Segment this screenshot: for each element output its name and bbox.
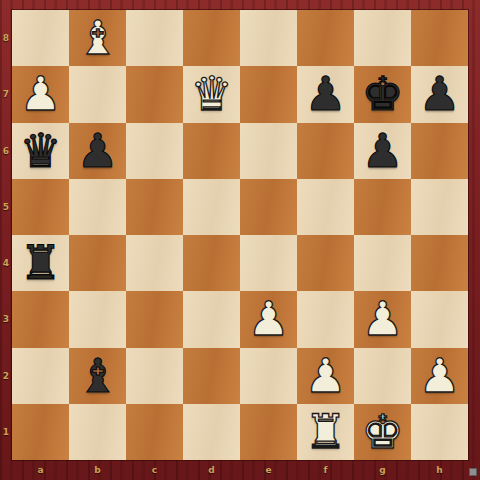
corner-dot xyxy=(469,468,477,476)
chess-board-frame: ♝♟♛♟♚♟♛♟♟♜♟♟♝♟♟♜♚ 87654321abcdefgh xyxy=(0,0,480,480)
square-b3[interactable] xyxy=(69,291,126,347)
square-h8[interactable] xyxy=(411,10,468,66)
square-d7[interactable]: ♛ xyxy=(183,66,240,122)
square-b2[interactable]: ♝ xyxy=(69,348,126,404)
square-g1[interactable]: ♚ xyxy=(354,404,411,460)
square-a6[interactable]: ♛ xyxy=(12,123,69,179)
square-h2[interactable]: ♟ xyxy=(411,348,468,404)
square-c2[interactable] xyxy=(126,348,183,404)
square-h3[interactable] xyxy=(411,291,468,347)
square-d2[interactable] xyxy=(183,348,240,404)
piece-white-queen[interactable]: ♛ xyxy=(190,66,232,122)
file-label-a: a xyxy=(12,460,69,480)
file-label-f: f xyxy=(297,460,354,480)
square-g6[interactable]: ♟ xyxy=(354,123,411,179)
square-f5[interactable] xyxy=(297,179,354,235)
piece-white-bishop[interactable]: ♝ xyxy=(76,10,118,66)
piece-black-pawn[interactable]: ♟ xyxy=(418,66,460,122)
square-h5[interactable] xyxy=(411,179,468,235)
square-b4[interactable] xyxy=(69,235,126,291)
square-f1[interactable]: ♜ xyxy=(297,404,354,460)
rank-label-6: 6 xyxy=(0,123,12,179)
square-f3[interactable] xyxy=(297,291,354,347)
piece-black-king[interactable]: ♚ xyxy=(361,66,403,122)
square-a1[interactable] xyxy=(12,404,69,460)
square-e6[interactable] xyxy=(240,123,297,179)
rank-label-2: 2 xyxy=(0,348,12,404)
square-c6[interactable] xyxy=(126,123,183,179)
square-f8[interactable] xyxy=(297,10,354,66)
square-h7[interactable]: ♟ xyxy=(411,66,468,122)
file-label-h: h xyxy=(411,460,468,480)
rank-label-7: 7 xyxy=(0,66,12,122)
piece-black-pawn[interactable]: ♟ xyxy=(304,66,346,122)
square-b5[interactable] xyxy=(69,179,126,235)
square-f2[interactable]: ♟ xyxy=(297,348,354,404)
square-h4[interactable] xyxy=(411,235,468,291)
square-b8[interactable]: ♝ xyxy=(69,10,126,66)
square-c7[interactable] xyxy=(126,66,183,122)
square-b1[interactable] xyxy=(69,404,126,460)
square-c8[interactable] xyxy=(126,10,183,66)
square-e2[interactable] xyxy=(240,348,297,404)
square-c1[interactable] xyxy=(126,404,183,460)
piece-black-queen[interactable]: ♛ xyxy=(19,123,61,179)
square-h6[interactable] xyxy=(411,123,468,179)
square-f6[interactable] xyxy=(297,123,354,179)
rank-label-5: 5 xyxy=(0,179,12,235)
piece-white-pawn[interactable]: ♟ xyxy=(418,348,460,404)
square-g8[interactable] xyxy=(354,10,411,66)
square-e5[interactable] xyxy=(240,179,297,235)
square-a7[interactable]: ♟ xyxy=(12,66,69,122)
square-h1[interactable] xyxy=(411,404,468,460)
piece-black-rook[interactable]: ♜ xyxy=(19,235,61,291)
piece-white-rook[interactable]: ♜ xyxy=(304,404,346,460)
square-d5[interactable] xyxy=(183,179,240,235)
rank-label-1: 1 xyxy=(0,404,12,460)
file-label-b: b xyxy=(69,460,126,480)
piece-black-pawn[interactable]: ♟ xyxy=(361,123,403,179)
square-a3[interactable] xyxy=(12,291,69,347)
piece-white-pawn[interactable]: ♟ xyxy=(361,291,403,347)
square-e3[interactable]: ♟ xyxy=(240,291,297,347)
square-a2[interactable] xyxy=(12,348,69,404)
file-label-d: d xyxy=(183,460,240,480)
file-label-g: g xyxy=(354,460,411,480)
square-g4[interactable] xyxy=(354,235,411,291)
square-e7[interactable] xyxy=(240,66,297,122)
square-g7[interactable]: ♚ xyxy=(354,66,411,122)
square-d6[interactable] xyxy=(183,123,240,179)
chess-board: ♝♟♛♟♚♟♛♟♟♜♟♟♝♟♟♜♚ xyxy=(12,10,468,460)
piece-black-pawn[interactable]: ♟ xyxy=(76,123,118,179)
square-c4[interactable] xyxy=(126,235,183,291)
piece-white-pawn[interactable]: ♟ xyxy=(247,291,289,347)
square-g3[interactable]: ♟ xyxy=(354,291,411,347)
rank-label-4: 4 xyxy=(0,235,12,291)
square-a4[interactable]: ♜ xyxy=(12,235,69,291)
piece-white-king[interactable]: ♚ xyxy=(361,404,403,460)
square-e4[interactable] xyxy=(240,235,297,291)
square-e8[interactable] xyxy=(240,10,297,66)
square-c3[interactable] xyxy=(126,291,183,347)
square-d1[interactable] xyxy=(183,404,240,460)
square-d8[interactable] xyxy=(183,10,240,66)
square-f7[interactable]: ♟ xyxy=(297,66,354,122)
file-label-e: e xyxy=(240,460,297,480)
square-e1[interactable] xyxy=(240,404,297,460)
square-b7[interactable] xyxy=(69,66,126,122)
square-g5[interactable] xyxy=(354,179,411,235)
square-c5[interactable] xyxy=(126,179,183,235)
square-g2[interactable] xyxy=(354,348,411,404)
square-a8[interactable] xyxy=(12,10,69,66)
piece-black-bishop[interactable]: ♝ xyxy=(76,348,118,404)
square-f4[interactable] xyxy=(297,235,354,291)
square-a5[interactable] xyxy=(12,179,69,235)
rank-label-8: 8 xyxy=(0,10,12,66)
square-d3[interactable] xyxy=(183,291,240,347)
square-b6[interactable]: ♟ xyxy=(69,123,126,179)
square-d4[interactable] xyxy=(183,235,240,291)
piece-white-pawn[interactable]: ♟ xyxy=(304,348,346,404)
file-label-c: c xyxy=(126,460,183,480)
rank-label-3: 3 xyxy=(0,291,12,347)
piece-white-pawn[interactable]: ♟ xyxy=(19,66,61,122)
